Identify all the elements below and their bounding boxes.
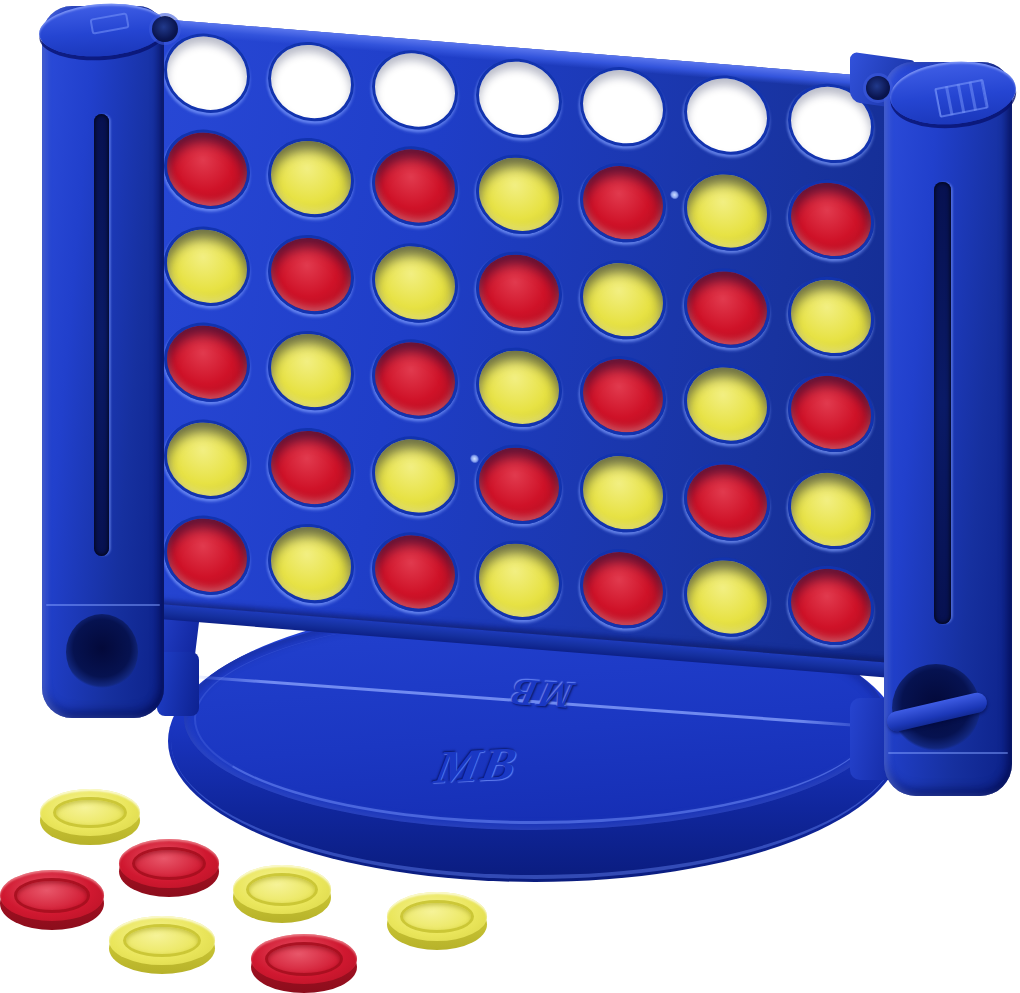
disc-recessed-ring <box>246 873 319 906</box>
yellow-loose-disc-4[interactable] <box>233 865 331 923</box>
loose-discs-area <box>0 0 1020 993</box>
disc-top-face <box>119 839 219 888</box>
disc-top-face <box>251 934 357 984</box>
disc-recessed-ring <box>14 878 91 913</box>
red-loose-disc-6[interactable] <box>251 934 357 993</box>
connect4-travel-set-photo: MB MB <box>0 0 1020 993</box>
disc-top-face <box>387 892 487 941</box>
disc-recessed-ring <box>400 900 474 933</box>
disc-recessed-ring <box>123 924 201 957</box>
disc-recessed-ring <box>53 797 127 829</box>
red-loose-disc-2[interactable] <box>119 839 219 897</box>
red-loose-disc-3[interactable] <box>0 870 104 930</box>
yellow-loose-disc-5[interactable] <box>109 916 215 974</box>
disc-top-face <box>40 789 140 836</box>
yellow-loose-disc-7[interactable] <box>387 892 487 950</box>
disc-top-face <box>233 865 331 914</box>
disc-recessed-ring <box>132 847 206 880</box>
disc-recessed-ring <box>265 942 343 976</box>
disc-top-face <box>0 870 104 921</box>
disc-top-face <box>109 916 215 965</box>
yellow-loose-disc-1[interactable] <box>40 789 140 845</box>
